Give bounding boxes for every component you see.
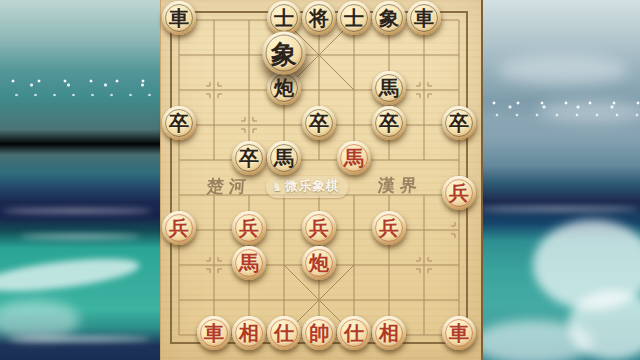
background-sea-left bbox=[0, 0, 162, 360]
wave-splash bbox=[568, 290, 640, 360]
piece-black-将[interactable]: 将 bbox=[302, 1, 336, 35]
piece-glyph: 兵 bbox=[309, 218, 329, 238]
piece-red-相[interactable]: 相 bbox=[372, 316, 406, 350]
piece-red-車[interactable]: 車 bbox=[442, 316, 476, 350]
piece-red-馬[interactable]: 馬 bbox=[337, 141, 371, 175]
piece-glyph: 兵 bbox=[449, 183, 469, 203]
game-screen: 楚河 漢界 ♞ 微乐象棋 車士将士象車象炮馬卒卒卒卒卒馬馬兵兵兵兵兵馬炮車相仕帥… bbox=[0, 0, 640, 360]
piece-red-兵[interactable]: 兵 bbox=[442, 176, 476, 210]
piece-glyph: 兵 bbox=[239, 218, 259, 238]
piece-glyph: 卒 bbox=[169, 113, 189, 133]
piece-red-仕[interactable]: 仕 bbox=[267, 316, 301, 350]
piece-glyph: 卒 bbox=[239, 148, 259, 168]
piece-black-卒[interactable]: 卒 bbox=[442, 106, 476, 140]
piece-glyph: 卒 bbox=[379, 113, 399, 133]
piece-glyph: 兵 bbox=[169, 218, 189, 238]
piece-glyph: 馬 bbox=[274, 148, 294, 168]
piece-glyph: 車 bbox=[449, 323, 469, 343]
piece-red-仕[interactable]: 仕 bbox=[337, 316, 371, 350]
piece-glyph: 炮 bbox=[274, 78, 294, 98]
piece-black-馬[interactable]: 馬 bbox=[372, 71, 406, 105]
piece-black-車[interactable]: 車 bbox=[162, 1, 196, 35]
wave-foam bbox=[2, 209, 152, 213]
piece-glyph: 炮 bbox=[309, 253, 329, 273]
piece-red-帥[interactable]: 帥 bbox=[302, 316, 336, 350]
piece-glyph: 相 bbox=[379, 323, 399, 343]
cloud bbox=[538, 100, 640, 122]
pieces-layer: 車士将士象車象炮馬卒卒卒卒卒馬馬兵兵兵兵兵馬炮車相仕帥仕相車 bbox=[161, 0, 481, 360]
piece-glyph: 相 bbox=[239, 323, 259, 343]
piece-glyph: 帥 bbox=[309, 323, 329, 343]
piece-glyph: 仕 bbox=[344, 323, 364, 343]
piece-black-馬[interactable]: 馬 bbox=[267, 141, 301, 175]
piece-black-士[interactable]: 士 bbox=[267, 1, 301, 35]
piece-glyph: 車 bbox=[414, 8, 434, 28]
wave-foam bbox=[478, 207, 638, 211]
piece-black-卒[interactable]: 卒 bbox=[162, 106, 196, 140]
wave-splash bbox=[533, 220, 640, 310]
piece-glyph: 仕 bbox=[274, 323, 294, 343]
piece-black-炮[interactable]: 炮 bbox=[267, 71, 301, 105]
piece-glyph: 象 bbox=[271, 40, 297, 66]
piece-glyph: 車 bbox=[204, 323, 224, 343]
xiangqi-board[interactable]: 楚河 漢界 ♞ 微乐象棋 車士将士象車象炮馬卒卒卒卒卒馬馬兵兵兵兵兵馬炮車相仕帥… bbox=[160, 0, 483, 360]
piece-red-兵[interactable]: 兵 bbox=[302, 211, 336, 245]
wave-crest bbox=[0, 252, 141, 297]
wave-foam bbox=[10, 336, 150, 342]
piece-glyph: 馬 bbox=[239, 253, 259, 273]
piece-black-士[interactable]: 士 bbox=[337, 1, 371, 35]
wave-splash bbox=[473, 320, 593, 360]
piece-glyph: 卒 bbox=[309, 113, 329, 133]
piece-red-兵[interactable]: 兵 bbox=[372, 211, 406, 245]
piece-glyph: 象 bbox=[379, 8, 399, 28]
piece-black-卒[interactable]: 卒 bbox=[372, 106, 406, 140]
piece-black-卒[interactable]: 卒 bbox=[302, 106, 336, 140]
piece-black-象[interactable]: 象 bbox=[263, 32, 306, 75]
piece-glyph: 車 bbox=[169, 8, 189, 28]
piece-glyph: 卒 bbox=[449, 113, 469, 133]
piece-red-相[interactable]: 相 bbox=[232, 316, 266, 350]
piece-red-車[interactable]: 車 bbox=[197, 316, 231, 350]
piece-black-卒[interactable]: 卒 bbox=[232, 141, 266, 175]
wave-foam bbox=[20, 234, 140, 239]
piece-red-炮[interactable]: 炮 bbox=[302, 246, 336, 280]
piece-glyph: 兵 bbox=[379, 218, 399, 238]
cloud bbox=[498, 55, 628, 85]
piece-red-馬[interactable]: 馬 bbox=[232, 246, 266, 280]
background-sea-right bbox=[478, 0, 640, 360]
wave-foam bbox=[0, 300, 80, 340]
piece-black-車[interactable]: 車 bbox=[407, 1, 441, 35]
piece-red-兵[interactable]: 兵 bbox=[232, 211, 266, 245]
piece-glyph: 士 bbox=[274, 8, 294, 28]
piece-glyph: 士 bbox=[344, 8, 364, 28]
piece-black-象[interactable]: 象 bbox=[372, 1, 406, 35]
piece-glyph: 馬 bbox=[344, 148, 364, 168]
piece-glyph: 将 bbox=[309, 8, 329, 28]
piece-glyph: 馬 bbox=[379, 78, 399, 98]
piece-red-兵[interactable]: 兵 bbox=[162, 211, 196, 245]
